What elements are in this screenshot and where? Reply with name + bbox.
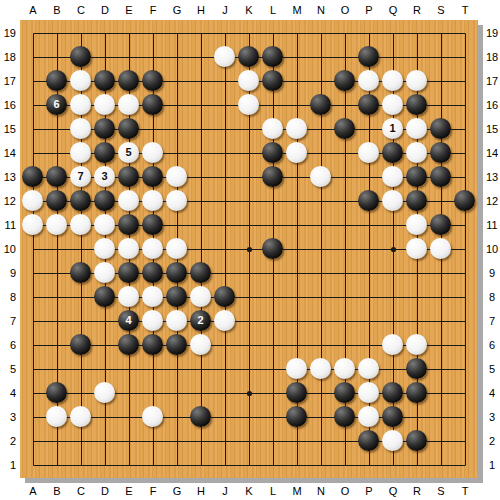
intersection-L1[interactable] [261,453,285,477]
intersection-M18[interactable] [285,45,309,69]
intersection-F18[interactable] [141,45,165,69]
intersection-S14[interactable] [429,141,453,165]
intersection-H16[interactable] [189,93,213,117]
intersection-L7[interactable] [261,309,285,333]
intersection-J16[interactable] [213,93,237,117]
intersection-D6[interactable] [93,333,117,357]
intersection-C16[interactable] [69,93,93,117]
intersection-G7[interactable] [165,309,189,333]
intersection-O16[interactable] [333,93,357,117]
intersection-M14[interactable] [285,141,309,165]
intersection-G6[interactable] [165,333,189,357]
intersection-H3[interactable] [189,405,213,429]
intersection-J2[interactable] [213,429,237,453]
intersection-D15[interactable] [93,117,117,141]
intersection-K2[interactable] [237,429,261,453]
intersection-N17[interactable] [309,69,333,93]
intersection-R7[interactable] [405,309,429,333]
intersection-S15[interactable] [429,117,453,141]
intersection-P15[interactable] [357,117,381,141]
intersection-P2[interactable] [357,429,381,453]
intersection-Q18[interactable] [381,45,405,69]
intersection-L13[interactable] [261,165,285,189]
intersection-C8[interactable] [69,285,93,309]
intersection-P3[interactable] [357,405,381,429]
intersection-N18[interactable] [309,45,333,69]
intersection-G14[interactable] [165,141,189,165]
intersection-A14[interactable] [21,141,45,165]
intersection-R3[interactable] [405,405,429,429]
intersection-C17[interactable] [69,69,93,93]
intersection-T15[interactable] [453,117,477,141]
intersection-E5[interactable] [117,357,141,381]
intersection-S13[interactable] [429,165,453,189]
intersection-K16[interactable] [237,93,261,117]
intersection-P19[interactable] [357,21,381,45]
intersection-O12[interactable] [333,189,357,213]
intersection-N14[interactable] [309,141,333,165]
intersection-E1[interactable] [117,453,141,477]
intersection-H5[interactable] [189,357,213,381]
intersection-B14[interactable] [45,141,69,165]
intersection-J14[interactable] [213,141,237,165]
intersection-G18[interactable] [165,45,189,69]
intersection-K4[interactable] [237,381,261,405]
intersection-S9[interactable] [429,261,453,285]
intersection-K18[interactable] [237,45,261,69]
intersection-M4[interactable] [285,381,309,405]
intersection-F4[interactable] [141,381,165,405]
intersection-Q19[interactable] [381,21,405,45]
intersection-G16[interactable] [165,93,189,117]
intersection-B11[interactable] [45,213,69,237]
intersection-J1[interactable] [213,453,237,477]
intersection-J8[interactable] [213,285,237,309]
intersection-R6[interactable] [405,333,429,357]
intersection-H6[interactable] [189,333,213,357]
intersection-G10[interactable] [165,237,189,261]
intersection-R1[interactable] [405,453,429,477]
intersection-T9[interactable] [453,261,477,285]
intersection-N3[interactable] [309,405,333,429]
intersection-K3[interactable] [237,405,261,429]
intersection-H4[interactable] [189,381,213,405]
intersection-L6[interactable] [261,333,285,357]
intersection-O10[interactable] [333,237,357,261]
intersection-K17[interactable] [237,69,261,93]
intersection-E19[interactable] [117,21,141,45]
intersection-N15[interactable] [309,117,333,141]
intersection-T17[interactable] [453,69,477,93]
intersection-B12[interactable] [45,189,69,213]
intersection-L10[interactable] [261,237,285,261]
intersection-A2[interactable] [21,429,45,453]
intersection-N8[interactable] [309,285,333,309]
intersection-S8[interactable] [429,285,453,309]
intersection-O8[interactable] [333,285,357,309]
intersection-H11[interactable] [189,213,213,237]
intersection-F9[interactable] [141,261,165,285]
intersection-P10[interactable] [357,237,381,261]
intersection-M19[interactable] [285,21,309,45]
intersection-R2[interactable] [405,429,429,453]
intersection-J10[interactable] [213,237,237,261]
intersection-E2[interactable] [117,429,141,453]
intersection-D18[interactable] [93,45,117,69]
intersection-D2[interactable] [93,429,117,453]
intersection-E7[interactable]: 4 [117,309,141,333]
intersection-F16[interactable] [141,93,165,117]
intersection-O4[interactable] [333,381,357,405]
intersection-C9[interactable] [69,261,93,285]
intersection-D10[interactable] [93,237,117,261]
intersection-P8[interactable] [357,285,381,309]
intersection-K10[interactable] [237,237,261,261]
intersection-O17[interactable] [333,69,357,93]
intersection-R17[interactable] [405,69,429,93]
intersection-E9[interactable] [117,261,141,285]
intersection-B2[interactable] [45,429,69,453]
intersection-T10[interactable] [453,237,477,261]
intersection-O13[interactable] [333,165,357,189]
intersection-A19[interactable] [21,21,45,45]
intersection-E18[interactable] [117,45,141,69]
intersection-A16[interactable] [21,93,45,117]
intersection-B15[interactable] [45,117,69,141]
intersection-L9[interactable] [261,261,285,285]
intersection-J9[interactable] [213,261,237,285]
intersection-E8[interactable] [117,285,141,309]
intersection-Q16[interactable] [381,93,405,117]
intersection-C7[interactable] [69,309,93,333]
intersection-G3[interactable] [165,405,189,429]
intersection-N13[interactable] [309,165,333,189]
intersection-C6[interactable] [69,333,93,357]
intersection-B4[interactable] [45,381,69,405]
intersection-O9[interactable] [333,261,357,285]
intersection-P11[interactable] [357,213,381,237]
intersection-T4[interactable] [453,381,477,405]
intersection-A6[interactable] [21,333,45,357]
intersection-S2[interactable] [429,429,453,453]
intersection-A9[interactable] [21,261,45,285]
intersection-H9[interactable] [189,261,213,285]
intersection-R4[interactable] [405,381,429,405]
intersection-A7[interactable] [21,309,45,333]
intersection-J6[interactable] [213,333,237,357]
intersection-H10[interactable] [189,237,213,261]
intersection-T13[interactable] [453,165,477,189]
intersection-R16[interactable] [405,93,429,117]
intersection-D8[interactable] [93,285,117,309]
intersection-M1[interactable] [285,453,309,477]
intersection-T1[interactable] [453,453,477,477]
intersection-L11[interactable] [261,213,285,237]
intersection-A13[interactable] [21,165,45,189]
intersection-L4[interactable] [261,381,285,405]
intersection-H15[interactable] [189,117,213,141]
intersection-P5[interactable] [357,357,381,381]
intersection-D1[interactable] [93,453,117,477]
intersection-Q14[interactable] [381,141,405,165]
intersection-G2[interactable] [165,429,189,453]
intersection-F17[interactable] [141,69,165,93]
intersection-M8[interactable] [285,285,309,309]
intersection-G13[interactable] [165,165,189,189]
intersection-D4[interactable] [93,381,117,405]
intersection-G9[interactable] [165,261,189,285]
intersection-L12[interactable] [261,189,285,213]
intersection-N11[interactable] [309,213,333,237]
intersection-M7[interactable] [285,309,309,333]
intersection-K14[interactable] [237,141,261,165]
intersection-N5[interactable] [309,357,333,381]
intersection-D14[interactable] [93,141,117,165]
intersection-D16[interactable] [93,93,117,117]
intersection-M3[interactable] [285,405,309,429]
intersection-R15[interactable] [405,117,429,141]
intersection-O3[interactable] [333,405,357,429]
intersection-M10[interactable] [285,237,309,261]
intersection-H1[interactable] [189,453,213,477]
intersection-Q5[interactable] [381,357,405,381]
intersection-B16[interactable]: 6 [45,93,69,117]
intersection-O14[interactable] [333,141,357,165]
intersection-E11[interactable] [117,213,141,237]
intersection-B8[interactable] [45,285,69,309]
intersection-F13[interactable] [141,165,165,189]
intersection-B7[interactable] [45,309,69,333]
intersection-P9[interactable] [357,261,381,285]
intersection-L15[interactable] [261,117,285,141]
intersection-K11[interactable] [237,213,261,237]
intersection-J12[interactable] [213,189,237,213]
intersection-L2[interactable] [261,429,285,453]
intersection-F12[interactable] [141,189,165,213]
intersection-Q9[interactable] [381,261,405,285]
intersection-E16[interactable] [117,93,141,117]
intersection-N12[interactable] [309,189,333,213]
intersection-H13[interactable] [189,165,213,189]
intersection-T11[interactable] [453,213,477,237]
intersection-N16[interactable] [309,93,333,117]
intersection-G11[interactable] [165,213,189,237]
intersection-N9[interactable] [309,261,333,285]
intersection-A17[interactable] [21,69,45,93]
intersection-S1[interactable] [429,453,453,477]
intersection-B3[interactable] [45,405,69,429]
intersection-F8[interactable] [141,285,165,309]
intersection-M16[interactable] [285,93,309,117]
intersection-C18[interactable] [69,45,93,69]
intersection-K12[interactable] [237,189,261,213]
intersection-C10[interactable] [69,237,93,261]
intersection-O15[interactable] [333,117,357,141]
intersection-T16[interactable] [453,93,477,117]
intersection-C15[interactable] [69,117,93,141]
intersection-S11[interactable] [429,213,453,237]
intersection-Q17[interactable] [381,69,405,93]
intersection-H12[interactable] [189,189,213,213]
intersection-D17[interactable] [93,69,117,93]
intersection-S5[interactable] [429,357,453,381]
intersection-D9[interactable] [93,261,117,285]
intersection-O6[interactable] [333,333,357,357]
intersection-F19[interactable] [141,21,165,45]
intersection-L14[interactable] [261,141,285,165]
intersection-F7[interactable] [141,309,165,333]
intersection-F14[interactable] [141,141,165,165]
intersection-P18[interactable] [357,45,381,69]
intersection-C13[interactable]: 7 [69,165,93,189]
intersection-J11[interactable] [213,213,237,237]
intersection-D5[interactable] [93,357,117,381]
intersection-S18[interactable] [429,45,453,69]
intersection-Q7[interactable] [381,309,405,333]
intersection-S6[interactable] [429,333,453,357]
intersection-L19[interactable] [261,21,285,45]
intersection-B1[interactable] [45,453,69,477]
intersection-H2[interactable] [189,429,213,453]
intersection-T12[interactable] [453,189,477,213]
intersection-S10[interactable] [429,237,453,261]
intersection-T3[interactable] [453,405,477,429]
intersection-D7[interactable] [93,309,117,333]
intersection-A8[interactable] [21,285,45,309]
intersection-S7[interactable] [429,309,453,333]
intersection-H7[interactable]: 2 [189,309,213,333]
intersection-J17[interactable] [213,69,237,93]
intersection-K9[interactable] [237,261,261,285]
intersection-H18[interactable] [189,45,213,69]
intersection-T14[interactable] [453,141,477,165]
intersection-R18[interactable] [405,45,429,69]
intersection-P1[interactable] [357,453,381,477]
intersection-D19[interactable] [93,21,117,45]
intersection-N10[interactable] [309,237,333,261]
intersection-A3[interactable] [21,405,45,429]
intersection-A15[interactable] [21,117,45,141]
intersection-T18[interactable] [453,45,477,69]
intersection-J5[interactable] [213,357,237,381]
intersection-L18[interactable] [261,45,285,69]
intersection-P16[interactable] [357,93,381,117]
intersection-K13[interactable] [237,165,261,189]
intersection-O2[interactable] [333,429,357,453]
intersection-J7[interactable] [213,309,237,333]
intersection-Q10[interactable] [381,237,405,261]
intersection-H8[interactable] [189,285,213,309]
intersection-C14[interactable] [69,141,93,165]
intersection-L8[interactable] [261,285,285,309]
intersection-E4[interactable] [117,381,141,405]
intersection-C3[interactable] [69,405,93,429]
intersection-C1[interactable] [69,453,93,477]
intersection-N7[interactable] [309,309,333,333]
intersection-P14[interactable] [357,141,381,165]
intersection-S19[interactable] [429,21,453,45]
intersection-F2[interactable] [141,429,165,453]
intersection-K1[interactable] [237,453,261,477]
intersection-P13[interactable] [357,165,381,189]
intersection-N2[interactable] [309,429,333,453]
intersection-G19[interactable] [165,21,189,45]
intersection-Q11[interactable] [381,213,405,237]
intersection-E10[interactable] [117,237,141,261]
intersection-L16[interactable] [261,93,285,117]
intersection-J15[interactable] [213,117,237,141]
intersection-E6[interactable] [117,333,141,357]
intersection-T5[interactable] [453,357,477,381]
intersection-Q2[interactable] [381,429,405,453]
intersection-G5[interactable] [165,357,189,381]
intersection-S17[interactable] [429,69,453,93]
intersection-R19[interactable] [405,21,429,45]
intersection-J4[interactable] [213,381,237,405]
intersection-J18[interactable] [213,45,237,69]
intersection-F11[interactable] [141,213,165,237]
intersection-R13[interactable] [405,165,429,189]
intersection-G15[interactable] [165,117,189,141]
intersection-E3[interactable] [117,405,141,429]
intersection-M17[interactable] [285,69,309,93]
intersection-F15[interactable] [141,117,165,141]
intersection-P12[interactable] [357,189,381,213]
intersection-R5[interactable] [405,357,429,381]
intersection-O5[interactable] [333,357,357,381]
intersection-Q4[interactable] [381,381,405,405]
intersection-S12[interactable] [429,189,453,213]
intersection-D13[interactable]: 3 [93,165,117,189]
intersection-E13[interactable] [117,165,141,189]
intersection-Q15[interactable]: 1 [381,117,405,141]
intersection-J13[interactable] [213,165,237,189]
intersection-O11[interactable] [333,213,357,237]
intersection-Q6[interactable] [381,333,405,357]
intersection-K15[interactable] [237,117,261,141]
intersection-N4[interactable] [309,381,333,405]
intersection-R12[interactable] [405,189,429,213]
intersection-L17[interactable] [261,69,285,93]
intersection-A1[interactable] [21,453,45,477]
intersection-F1[interactable] [141,453,165,477]
intersection-B10[interactable] [45,237,69,261]
intersection-K5[interactable] [237,357,261,381]
intersection-B17[interactable] [45,69,69,93]
intersection-M11[interactable] [285,213,309,237]
intersection-P6[interactable] [357,333,381,357]
intersection-E15[interactable] [117,117,141,141]
intersection-T7[interactable] [453,309,477,333]
intersection-Q8[interactable] [381,285,405,309]
intersection-H14[interactable] [189,141,213,165]
intersection-B5[interactable] [45,357,69,381]
intersection-G1[interactable] [165,453,189,477]
intersection-K8[interactable] [237,285,261,309]
intersection-F10[interactable] [141,237,165,261]
intersection-M2[interactable] [285,429,309,453]
intersection-H19[interactable] [189,21,213,45]
intersection-D3[interactable] [93,405,117,429]
intersection-S3[interactable] [429,405,453,429]
intersection-A12[interactable] [21,189,45,213]
intersection-B13[interactable] [45,165,69,189]
intersection-B19[interactable] [45,21,69,45]
intersection-D12[interactable] [93,189,117,213]
intersection-F3[interactable] [141,405,165,429]
intersection-M12[interactable] [285,189,309,213]
intersection-G8[interactable] [165,285,189,309]
